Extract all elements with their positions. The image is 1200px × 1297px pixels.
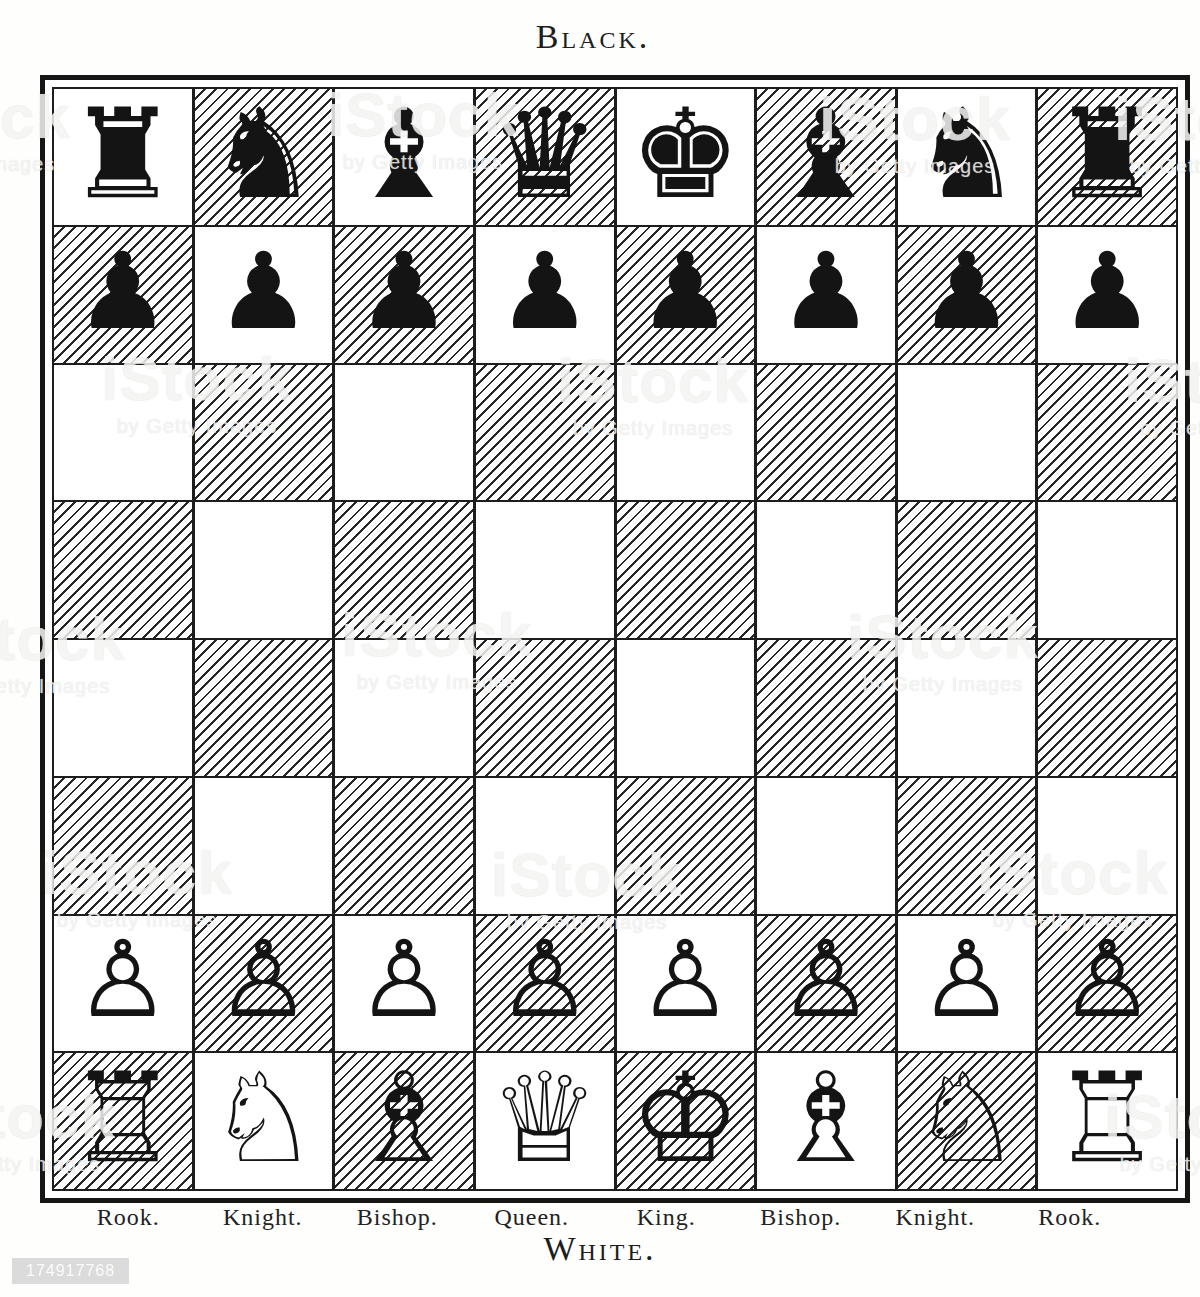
stock-id-badge: 174917768 (12, 1258, 129, 1284)
piece-white-queen: ♕ (489, 1056, 600, 1180)
square-f7: ♟ (757, 227, 895, 363)
square-g5 (898, 502, 1036, 638)
piece-white-rook: ♖ (67, 1056, 178, 1180)
square-h6 (1038, 365, 1176, 501)
square-c7: ♟ (335, 227, 473, 363)
square-d1: ♕ (476, 1053, 614, 1189)
label-bishop-queenside: Bishop. (330, 1204, 465, 1231)
label-king: King. (599, 1204, 734, 1231)
scanned-page: Black. ♜♞♝♛♚♝♞♜♟♟♟♟♟♟♟♟♙♙♙♙♙♙♙♙♖♘♗♕♔♗♘♖ … (0, 0, 1200, 1297)
piece-white-pawn: ♙ (357, 927, 452, 1033)
square-b2: ♙ (195, 916, 333, 1052)
piece-black-pawn: ♟ (497, 239, 592, 345)
piece-black-pawn: ♟ (75, 239, 170, 345)
square-a2: ♙ (54, 916, 192, 1052)
square-c6 (335, 365, 473, 501)
square-d2: ♙ (476, 916, 614, 1052)
label-rook-queenside: Rook. (61, 1204, 196, 1231)
piece-white-pawn: ♙ (75, 927, 170, 1033)
black-side-label: Black. (0, 18, 1186, 56)
square-h5 (1038, 502, 1176, 638)
piece-white-knight: ♘ (911, 1056, 1022, 1180)
piece-white-king: ♔ (630, 1056, 741, 1180)
square-a8: ♜ (54, 89, 192, 225)
square-h4 (1038, 640, 1176, 776)
square-e8: ♚ (617, 89, 755, 225)
square-a5 (54, 502, 192, 638)
square-d4 (476, 640, 614, 776)
square-b5 (195, 502, 333, 638)
square-g2: ♙ (898, 916, 1036, 1052)
square-d8: ♛ (476, 89, 614, 225)
label-queen: Queen. (465, 1204, 600, 1231)
square-c3 (335, 778, 473, 914)
square-f3 (757, 778, 895, 914)
piece-black-queen: ♛ (489, 92, 600, 216)
piece-black-knight: ♞ (911, 92, 1022, 216)
label-knight-kingside: Knight. (868, 1204, 1003, 1231)
square-e4 (617, 640, 755, 776)
piece-white-rook: ♖ (1052, 1056, 1163, 1180)
square-f8: ♝ (757, 89, 895, 225)
chessboard-frame: ♜♞♝♛♚♝♞♜♟♟♟♟♟♟♟♟♙♙♙♙♙♙♙♙♖♘♗♕♔♗♘♖ (40, 75, 1190, 1203)
label-rook-kingside: Rook. (1003, 1204, 1138, 1231)
piece-black-rook: ♜ (1052, 92, 1163, 216)
square-e3 (617, 778, 755, 914)
square-d7: ♟ (476, 227, 614, 363)
square-f2: ♙ (757, 916, 895, 1052)
piece-white-pawn: ♙ (919, 927, 1014, 1033)
square-e1: ♔ (617, 1053, 755, 1189)
piece-black-pawn: ♟ (638, 239, 733, 345)
square-h3 (1038, 778, 1176, 914)
square-h8: ♜ (1038, 89, 1176, 225)
square-c5 (335, 502, 473, 638)
label-knight-queenside: Knight. (196, 1204, 331, 1231)
piece-black-knight: ♞ (208, 92, 319, 216)
white-side-label: White. (0, 1230, 1200, 1268)
piece-name-labels: Rook. Knight. Bishop. Queen. King. Bisho… (61, 1204, 1137, 1231)
square-c2: ♙ (335, 916, 473, 1052)
square-e7: ♟ (617, 227, 755, 363)
piece-black-pawn: ♟ (357, 239, 452, 345)
piece-white-pawn: ♙ (778, 927, 873, 1033)
piece-black-rook: ♜ (67, 92, 178, 216)
piece-white-bishop: ♗ (770, 1056, 881, 1180)
square-f5 (757, 502, 895, 638)
square-g7: ♟ (898, 227, 1036, 363)
square-d3 (476, 778, 614, 914)
square-e2: ♙ (617, 916, 755, 1052)
piece-white-pawn: ♙ (1060, 927, 1155, 1033)
square-a4 (54, 640, 192, 776)
square-e5 (617, 502, 755, 638)
square-f4 (757, 640, 895, 776)
square-b7: ♟ (195, 227, 333, 363)
square-d6 (476, 365, 614, 501)
square-b3 (195, 778, 333, 914)
piece-white-knight: ♘ (208, 1056, 319, 1180)
piece-black-pawn: ♟ (919, 239, 1014, 345)
chessboard: ♜♞♝♛♚♝♞♜♟♟♟♟♟♟♟♟♙♙♙♙♙♙♙♙♖♘♗♕♔♗♘♖ (52, 87, 1178, 1191)
square-h7: ♟ (1038, 227, 1176, 363)
square-g4 (898, 640, 1036, 776)
square-g8: ♞ (898, 89, 1036, 225)
square-g6 (898, 365, 1036, 501)
square-c8: ♝ (335, 89, 473, 225)
label-bishop-kingside: Bishop. (734, 1204, 869, 1231)
piece-black-king: ♚ (630, 92, 741, 216)
piece-white-bishop: ♗ (348, 1056, 459, 1180)
piece-black-bishop: ♝ (770, 92, 881, 216)
square-b4 (195, 640, 333, 776)
square-a6 (54, 365, 192, 501)
square-h2: ♙ (1038, 916, 1176, 1052)
square-h1: ♖ (1038, 1053, 1176, 1189)
piece-black-bishop: ♝ (348, 92, 459, 216)
square-g3 (898, 778, 1036, 914)
square-a3 (54, 778, 192, 914)
square-a7: ♟ (54, 227, 192, 363)
piece-white-pawn: ♙ (216, 927, 311, 1033)
piece-black-pawn: ♟ (1060, 239, 1155, 345)
square-c1: ♗ (335, 1053, 473, 1189)
square-e6 (617, 365, 755, 501)
piece-black-pawn: ♟ (778, 239, 873, 345)
square-c4 (335, 640, 473, 776)
piece-black-pawn: ♟ (216, 239, 311, 345)
square-b8: ♞ (195, 89, 333, 225)
square-b1: ♘ (195, 1053, 333, 1189)
square-f6 (757, 365, 895, 501)
square-d5 (476, 502, 614, 638)
square-g1: ♘ (898, 1053, 1036, 1189)
square-b6 (195, 365, 333, 501)
square-f1: ♗ (757, 1053, 895, 1189)
piece-white-pawn: ♙ (638, 927, 733, 1033)
square-a1: ♖ (54, 1053, 192, 1189)
piece-white-pawn: ♙ (497, 927, 592, 1033)
